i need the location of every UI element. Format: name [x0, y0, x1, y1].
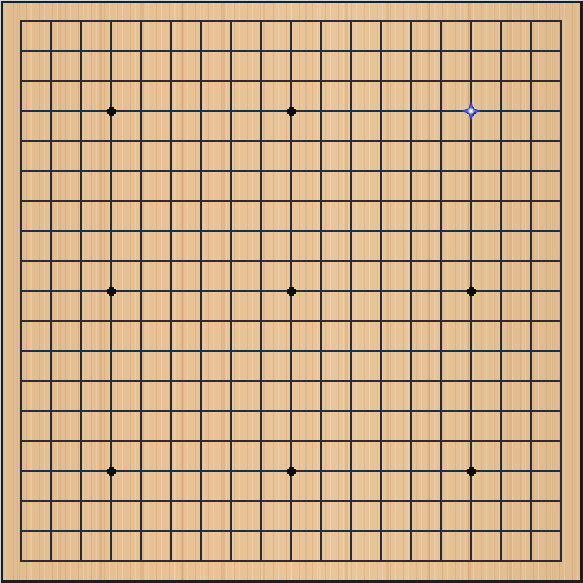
intersection[interactable] [306, 276, 336, 306]
intersection[interactable] [276, 186, 306, 216]
intersection[interactable] [306, 216, 336, 246]
intersection[interactable] [366, 336, 396, 366]
intersection[interactable] [456, 306, 486, 336]
intersection[interactable] [66, 546, 96, 576]
intersection[interactable] [396, 126, 426, 156]
intersection[interactable] [396, 336, 426, 366]
intersection[interactable] [516, 156, 546, 186]
intersection[interactable] [246, 546, 276, 576]
intersection[interactable] [276, 306, 306, 336]
intersection[interactable] [366, 456, 396, 486]
intersection[interactable] [186, 246, 216, 276]
intersection[interactable] [126, 156, 156, 186]
intersection[interactable] [396, 396, 426, 426]
intersection[interactable] [186, 276, 216, 306]
intersection[interactable] [336, 396, 366, 426]
intersection[interactable] [6, 426, 36, 456]
intersection[interactable] [486, 96, 516, 126]
intersection[interactable] [216, 366, 246, 396]
intersection[interactable] [426, 396, 456, 426]
intersection[interactable] [516, 396, 546, 426]
intersection[interactable] [186, 336, 216, 366]
intersection[interactable] [96, 306, 126, 336]
intersection[interactable] [396, 426, 426, 456]
intersection[interactable] [6, 276, 36, 306]
intersection[interactable] [156, 156, 186, 186]
intersection[interactable] [246, 366, 276, 396]
intersection[interactable] [486, 546, 516, 576]
intersection[interactable] [516, 126, 546, 156]
intersection[interactable] [306, 96, 336, 126]
intersection[interactable] [126, 6, 156, 36]
intersection[interactable] [36, 126, 66, 156]
intersection[interactable] [546, 156, 576, 186]
intersection[interactable] [36, 546, 66, 576]
intersection[interactable] [336, 366, 366, 396]
intersection[interactable] [516, 36, 546, 66]
intersection[interactable] [126, 456, 156, 486]
intersection[interactable] [66, 336, 96, 366]
intersection[interactable] [426, 246, 456, 276]
intersection[interactable] [396, 6, 426, 36]
intersection[interactable] [36, 396, 66, 426]
intersection[interactable] [546, 426, 576, 456]
intersection[interactable] [516, 516, 546, 546]
intersection[interactable] [276, 486, 306, 516]
intersection[interactable] [6, 336, 36, 366]
intersection[interactable] [216, 396, 246, 426]
intersection[interactable] [66, 456, 96, 486]
intersection[interactable] [156, 6, 186, 36]
intersection[interactable] [516, 6, 546, 36]
intersection[interactable] [456, 156, 486, 186]
intersection[interactable] [426, 546, 456, 576]
intersection[interactable] [426, 216, 456, 246]
intersection[interactable] [216, 456, 246, 486]
intersection[interactable] [516, 216, 546, 246]
intersection[interactable] [186, 156, 216, 186]
intersection[interactable] [186, 486, 216, 516]
intersection[interactable] [246, 96, 276, 126]
intersection[interactable] [96, 216, 126, 246]
intersection[interactable] [216, 156, 246, 186]
intersection[interactable] [546, 336, 576, 366]
intersection[interactable] [306, 366, 336, 396]
intersection[interactable] [126, 246, 156, 276]
intersection[interactable] [336, 516, 366, 546]
intersection[interactable] [486, 306, 516, 336]
intersection[interactable] [246, 306, 276, 336]
intersection[interactable] [156, 306, 186, 336]
intersection[interactable] [36, 186, 66, 216]
intersection[interactable] [396, 36, 426, 66]
intersection[interactable] [96, 516, 126, 546]
intersection[interactable] [276, 66, 306, 96]
intersection[interactable] [126, 66, 156, 96]
intersection[interactable] [396, 216, 426, 246]
intersection[interactable] [216, 246, 246, 276]
intersection[interactable] [456, 546, 486, 576]
intersection[interactable] [486, 336, 516, 366]
intersection[interactable] [276, 246, 306, 276]
intersection[interactable] [486, 486, 516, 516]
intersection[interactable] [216, 126, 246, 156]
intersection[interactable] [66, 216, 96, 246]
intersection[interactable] [336, 66, 366, 96]
intersection[interactable] [246, 246, 276, 276]
intersection[interactable] [156, 336, 186, 366]
intersection[interactable] [186, 306, 216, 336]
intersection[interactable] [156, 546, 186, 576]
intersection[interactable] [336, 246, 366, 276]
intersection[interactable] [306, 66, 336, 96]
intersection[interactable] [336, 336, 366, 366]
intersection[interactable] [546, 246, 576, 276]
intersection[interactable] [486, 456, 516, 486]
intersection[interactable] [426, 276, 456, 306]
intersection[interactable] [246, 276, 276, 306]
intersection[interactable] [126, 516, 156, 546]
intersection[interactable] [66, 396, 96, 426]
intersection[interactable] [366, 216, 396, 246]
intersection[interactable] [426, 126, 456, 156]
intersection[interactable] [276, 396, 306, 426]
intersection[interactable] [246, 216, 276, 246]
intersection[interactable] [156, 96, 186, 126]
intersection[interactable] [516, 486, 546, 516]
intersection[interactable] [276, 366, 306, 396]
intersection[interactable] [66, 36, 96, 66]
intersection[interactable] [336, 36, 366, 66]
intersection[interactable] [156, 36, 186, 66]
intersection[interactable] [246, 186, 276, 216]
intersection[interactable] [186, 66, 216, 96]
intersection[interactable] [36, 6, 66, 36]
intersection[interactable] [366, 36, 396, 66]
intersection[interactable] [246, 126, 276, 156]
intersection[interactable] [66, 246, 96, 276]
intersection[interactable] [336, 456, 366, 486]
intersection[interactable] [456, 126, 486, 156]
intersection[interactable] [546, 126, 576, 156]
intersection[interactable] [156, 456, 186, 486]
intersection[interactable] [546, 456, 576, 486]
intersection[interactable] [366, 516, 396, 546]
intersection[interactable] [366, 396, 396, 426]
intersection[interactable] [36, 216, 66, 246]
intersection[interactable] [486, 6, 516, 36]
intersection[interactable] [546, 6, 576, 36]
intersection[interactable] [336, 306, 366, 336]
intersection[interactable] [396, 456, 426, 486]
intersection[interactable] [126, 486, 156, 516]
intersection[interactable] [396, 546, 426, 576]
intersection[interactable] [336, 546, 366, 576]
intersection[interactable] [216, 546, 246, 576]
intersection[interactable] [6, 6, 36, 36]
intersection[interactable] [486, 36, 516, 66]
intersection[interactable] [366, 96, 396, 126]
intersection[interactable] [276, 516, 306, 546]
intersection[interactable] [546, 306, 576, 336]
intersection[interactable] [96, 426, 126, 456]
intersection[interactable] [546, 396, 576, 426]
intersection[interactable] [366, 486, 396, 516]
intersection[interactable] [36, 96, 66, 126]
intersection[interactable] [126, 36, 156, 66]
intersection[interactable] [456, 66, 486, 96]
intersection[interactable] [456, 516, 486, 546]
intersection[interactable] [516, 66, 546, 96]
intersection[interactable] [276, 36, 306, 66]
intersection[interactable] [156, 396, 186, 426]
intersection[interactable] [6, 516, 36, 546]
intersection[interactable] [126, 396, 156, 426]
intersection[interactable] [396, 96, 426, 126]
intersection[interactable] [276, 336, 306, 366]
intersection[interactable] [216, 426, 246, 456]
intersection[interactable] [66, 366, 96, 396]
intersection[interactable] [6, 156, 36, 186]
intersection[interactable] [426, 156, 456, 186]
intersection[interactable] [306, 396, 336, 426]
intersection[interactable] [6, 36, 36, 66]
intersection[interactable] [486, 276, 516, 306]
intersection[interactable] [246, 486, 276, 516]
intersection[interactable] [126, 126, 156, 156]
intersection[interactable] [336, 96, 366, 126]
intersection[interactable] [546, 366, 576, 396]
intersection[interactable] [456, 366, 486, 396]
intersection[interactable] [396, 486, 426, 516]
intersection[interactable] [426, 516, 456, 546]
intersection[interactable] [36, 276, 66, 306]
intersection[interactable] [66, 6, 96, 36]
intersection[interactable] [6, 366, 36, 396]
intersection[interactable] [426, 36, 456, 66]
intersection[interactable] [186, 186, 216, 216]
intersection[interactable] [546, 276, 576, 306]
intersection[interactable] [396, 66, 426, 96]
intersection[interactable] [96, 456, 126, 486]
intersection[interactable] [156, 246, 186, 276]
intersection[interactable] [456, 396, 486, 426]
intersection[interactable] [186, 216, 216, 246]
intersection[interactable] [516, 246, 546, 276]
intersection[interactable] [246, 36, 276, 66]
intersection[interactable] [96, 546, 126, 576]
intersection[interactable] [396, 276, 426, 306]
intersection[interactable] [246, 6, 276, 36]
intersection[interactable] [336, 486, 366, 516]
intersection[interactable] [126, 336, 156, 366]
intersection[interactable] [306, 36, 336, 66]
intersection[interactable] [516, 306, 546, 336]
intersection[interactable] [246, 156, 276, 186]
intersection[interactable] [186, 426, 216, 456]
intersection[interactable] [156, 516, 186, 546]
intersection[interactable] [216, 336, 246, 366]
intersection[interactable] [126, 546, 156, 576]
intersection[interactable] [126, 216, 156, 246]
intersection[interactable] [516, 366, 546, 396]
intersection[interactable] [156, 426, 186, 456]
intersection[interactable] [6, 456, 36, 486]
intersection[interactable] [66, 126, 96, 156]
intersection[interactable] [276, 426, 306, 456]
intersection[interactable] [306, 156, 336, 186]
intersection[interactable] [276, 546, 306, 576]
intersection[interactable] [546, 96, 576, 126]
intersection[interactable] [216, 276, 246, 306]
intersection[interactable] [186, 366, 216, 396]
intersection[interactable] [456, 456, 486, 486]
intersection[interactable] [36, 66, 66, 96]
intersection[interactable] [126, 186, 156, 216]
intersection[interactable] [456, 426, 486, 456]
intersection[interactable] [96, 96, 126, 126]
intersection[interactable] [336, 216, 366, 246]
intersection[interactable] [246, 336, 276, 366]
intersection[interactable] [96, 36, 126, 66]
intersection[interactable] [246, 456, 276, 486]
intersection[interactable] [516, 546, 546, 576]
intersection[interactable] [396, 246, 426, 276]
intersection[interactable] [96, 366, 126, 396]
intersection[interactable] [276, 96, 306, 126]
intersection[interactable] [396, 366, 426, 396]
intersection[interactable] [456, 216, 486, 246]
intersection[interactable] [6, 126, 36, 156]
intersection[interactable] [96, 246, 126, 276]
intersection[interactable] [246, 66, 276, 96]
intersection[interactable] [126, 306, 156, 336]
intersection[interactable] [426, 426, 456, 456]
intersection[interactable] [96, 186, 126, 216]
intersection[interactable] [486, 216, 516, 246]
intersection[interactable] [186, 126, 216, 156]
intersection[interactable] [6, 306, 36, 336]
intersection[interactable] [96, 276, 126, 306]
intersection[interactable] [66, 516, 96, 546]
intersection[interactable] [456, 486, 486, 516]
intersection[interactable] [546, 216, 576, 246]
intersection[interactable] [66, 306, 96, 336]
intersection[interactable] [156, 186, 186, 216]
intersection[interactable] [36, 246, 66, 276]
intersection[interactable] [456, 36, 486, 66]
intersection[interactable] [6, 546, 36, 576]
intersection[interactable] [306, 246, 336, 276]
intersection[interactable] [186, 36, 216, 66]
intersection[interactable] [126, 276, 156, 306]
intersection[interactable] [486, 186, 516, 216]
intersection[interactable] [96, 336, 126, 366]
intersection[interactable] [216, 516, 246, 546]
intersection[interactable] [486, 246, 516, 276]
intersection[interactable] [306, 336, 336, 366]
intersection[interactable] [426, 336, 456, 366]
intersection[interactable] [486, 396, 516, 426]
intersection[interactable] [66, 276, 96, 306]
intersection[interactable] [426, 486, 456, 516]
intersection[interactable] [246, 516, 276, 546]
intersection[interactable] [66, 426, 96, 456]
intersection[interactable] [36, 306, 66, 336]
intersection[interactable] [456, 6, 486, 36]
intersection[interactable] [486, 426, 516, 456]
intersection[interactable] [246, 396, 276, 426]
intersection[interactable] [216, 36, 246, 66]
intersection[interactable] [276, 126, 306, 156]
intersection[interactable] [306, 456, 336, 486]
intersection[interactable] [156, 216, 186, 246]
intersection[interactable] [96, 66, 126, 96]
intersection[interactable] [36, 156, 66, 186]
intersection[interactable] [336, 156, 366, 186]
intersection[interactable] [366, 246, 396, 276]
intersection[interactable] [366, 426, 396, 456]
intersection[interactable] [366, 126, 396, 156]
intersection[interactable] [186, 396, 216, 426]
intersection[interactable] [96, 396, 126, 426]
intersection[interactable] [516, 456, 546, 486]
intersection[interactable] [96, 156, 126, 186]
intersection[interactable] [426, 6, 456, 36]
intersection[interactable] [156, 486, 186, 516]
intersection[interactable] [546, 486, 576, 516]
intersection[interactable] [36, 336, 66, 366]
intersection[interactable] [306, 6, 336, 36]
intersection[interactable] [396, 186, 426, 216]
intersection[interactable] [156, 276, 186, 306]
intersection[interactable] [366, 156, 396, 186]
intersection[interactable] [276, 156, 306, 186]
intersection[interactable] [36, 366, 66, 396]
intersection[interactable] [366, 366, 396, 396]
intersection[interactable] [426, 366, 456, 396]
intersection[interactable] [396, 306, 426, 336]
intersection[interactable] [276, 6, 306, 36]
intersection[interactable] [486, 156, 516, 186]
intersection[interactable] [336, 426, 366, 456]
intersection[interactable] [126, 96, 156, 126]
intersection[interactable] [426, 186, 456, 216]
intersection[interactable] [336, 6, 366, 36]
intersection[interactable] [366, 306, 396, 336]
intersection[interactable] [426, 66, 456, 96]
intersection[interactable] [306, 546, 336, 576]
intersection[interactable] [216, 96, 246, 126]
intersection[interactable] [306, 516, 336, 546]
intersection[interactable] [516, 336, 546, 366]
intersection[interactable] [156, 66, 186, 96]
intersection[interactable] [6, 486, 36, 516]
intersection[interactable] [126, 366, 156, 396]
intersection[interactable] [186, 546, 216, 576]
intersection[interactable] [186, 516, 216, 546]
intersection[interactable] [306, 486, 336, 516]
intersection[interactable] [396, 156, 426, 186]
intersection[interactable] [6, 66, 36, 96]
intersection[interactable] [456, 246, 486, 276]
intersection[interactable] [306, 126, 336, 156]
intersection[interactable] [126, 426, 156, 456]
intersection[interactable] [516, 96, 546, 126]
intersection[interactable] [276, 276, 306, 306]
intersection[interactable] [156, 366, 186, 396]
intersection[interactable] [216, 66, 246, 96]
